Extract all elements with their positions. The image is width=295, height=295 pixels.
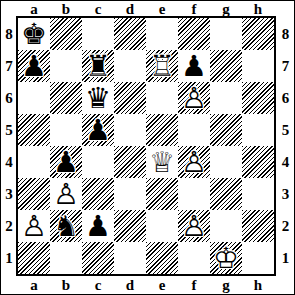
square-d6[interactable] <box>114 82 146 114</box>
black-king[interactable]: ♚ <box>21 20 47 49</box>
square-a1[interactable] <box>18 242 50 274</box>
square-g5[interactable] <box>210 114 242 146</box>
square-h8[interactable] <box>242 18 274 50</box>
square-e2[interactable] <box>146 210 178 242</box>
square-g2[interactable] <box>210 210 242 242</box>
square-f5[interactable] <box>178 114 210 146</box>
white-pawn[interactable]: ♙ <box>181 212 207 241</box>
square-a8[interactable]: ♚ <box>18 18 50 50</box>
square-d2[interactable] <box>114 210 146 242</box>
square-c7[interactable]: ♜ <box>82 50 114 82</box>
file-labels-bottom: abcdefgh <box>18 276 274 295</box>
white-pawn[interactable]: ♙ <box>53 180 79 209</box>
rank-label-4: 4 <box>1 146 17 178</box>
square-e4[interactable]: ♕ <box>146 146 178 178</box>
square-a3[interactable] <box>18 178 50 210</box>
file-label-d: d <box>114 276 146 295</box>
square-b4[interactable]: ♟ <box>50 146 82 178</box>
square-f2[interactable]: ♙ <box>178 210 210 242</box>
square-h4[interactable] <box>242 146 274 178</box>
square-h1[interactable] <box>242 242 274 274</box>
square-a7[interactable]: ♟ <box>18 50 50 82</box>
square-e7[interactable]: ♖ <box>146 50 178 82</box>
black-pawn[interactable]: ♟ <box>85 116 111 145</box>
square-h7[interactable] <box>242 50 274 82</box>
black-pawn[interactable]: ♟ <box>21 52 47 81</box>
square-e3[interactable] <box>146 178 178 210</box>
rank-label-6: 6 <box>1 82 17 114</box>
white-king[interactable]: ♔ <box>213 244 239 273</box>
rank-label-7: 7 <box>1 50 17 82</box>
square-d5[interactable] <box>114 114 146 146</box>
square-f8[interactable] <box>178 18 210 50</box>
white-rook[interactable]: ♖ <box>149 52 175 81</box>
square-c8[interactable] <box>82 18 114 50</box>
rank-labels-left: 87654321 <box>1 18 17 274</box>
square-g4[interactable] <box>210 146 242 178</box>
black-pawn[interactable]: ♟ <box>181 52 207 81</box>
square-d3[interactable] <box>114 178 146 210</box>
square-e1[interactable] <box>146 242 178 274</box>
square-b5[interactable] <box>50 114 82 146</box>
rank-label-8: 8 <box>1 18 17 50</box>
square-d8[interactable] <box>114 18 146 50</box>
rank-label-2: 2 <box>276 210 295 242</box>
rank-label-1: 1 <box>276 242 295 274</box>
square-b6[interactable] <box>50 82 82 114</box>
black-knight[interactable]: ♞ <box>53 212 79 241</box>
white-queen[interactable]: ♕ <box>149 148 175 177</box>
rank-label-4: 4 <box>276 146 295 178</box>
file-label-f: f <box>178 276 210 295</box>
black-queen[interactable]: ♛ <box>85 84 111 113</box>
rank-label-7: 7 <box>276 50 295 82</box>
square-g8[interactable] <box>210 18 242 50</box>
square-d4[interactable] <box>114 146 146 178</box>
square-f4[interactable]: ♙ <box>178 146 210 178</box>
file-labels-top: abcdefgh <box>18 1 274 17</box>
rank-label-8: 8 <box>276 18 295 50</box>
square-c2[interactable]: ♟ <box>82 210 114 242</box>
rank-label-3: 3 <box>276 178 295 210</box>
square-e6[interactable] <box>146 82 178 114</box>
file-label-h: h <box>242 276 274 295</box>
square-g3[interactable] <box>210 178 242 210</box>
square-c4[interactable] <box>82 146 114 178</box>
rank-label-1: 1 <box>1 242 17 274</box>
white-pawn[interactable]: ♙ <box>181 84 207 113</box>
square-d7[interactable] <box>114 50 146 82</box>
square-d1[interactable] <box>114 242 146 274</box>
file-label-g: g <box>210 276 242 295</box>
square-c6[interactable]: ♛ <box>82 82 114 114</box>
square-a4[interactable] <box>18 146 50 178</box>
rank-label-5: 5 <box>276 114 295 146</box>
square-h3[interactable] <box>242 178 274 210</box>
file-label-c: c <box>82 276 114 295</box>
square-g1[interactable]: ♔ <box>210 242 242 274</box>
square-b8[interactable] <box>50 18 82 50</box>
square-h2[interactable] <box>242 210 274 242</box>
rank-label-6: 6 <box>276 82 295 114</box>
black-pawn[interactable]: ♟ <box>53 148 79 177</box>
square-c5[interactable]: ♟ <box>82 114 114 146</box>
square-b7[interactable] <box>50 50 82 82</box>
square-b1[interactable] <box>50 242 82 274</box>
rank-labels-right: 87654321 <box>276 18 295 274</box>
file-label-a: a <box>18 276 50 295</box>
square-a2[interactable]: ♙ <box>18 210 50 242</box>
square-g7[interactable] <box>210 50 242 82</box>
chess-diagram: abcdefgh abcdefgh 87654321 87654321 ♚♟♜♖… <box>0 0 295 295</box>
square-f7[interactable]: ♟ <box>178 50 210 82</box>
square-c3[interactable] <box>82 178 114 210</box>
square-h6[interactable] <box>242 82 274 114</box>
rank-label-3: 3 <box>1 178 17 210</box>
square-f3[interactable] <box>178 178 210 210</box>
square-b2[interactable]: ♞ <box>50 210 82 242</box>
black-rook[interactable]: ♜ <box>85 52 111 81</box>
square-c1[interactable] <box>82 242 114 274</box>
rank-label-2: 2 <box>1 210 17 242</box>
file-label-b: b <box>50 276 82 295</box>
black-pawn[interactable]: ♟ <box>85 212 111 241</box>
square-a6[interactable] <box>18 82 50 114</box>
square-g6[interactable] <box>210 82 242 114</box>
square-e8[interactable] <box>146 18 178 50</box>
square-h5[interactable] <box>242 114 274 146</box>
square-f1[interactable] <box>178 242 210 274</box>
square-f6[interactable]: ♙ <box>178 82 210 114</box>
file-label-e: e <box>146 276 178 295</box>
square-a5[interactable] <box>18 114 50 146</box>
white-pawn[interactable]: ♙ <box>181 148 207 177</box>
chess-board[interactable]: ♚♟♜♖♟♛♙♟♟♕♙♙♙♞♟♙♔ <box>16 16 276 276</box>
white-pawn[interactable]: ♙ <box>21 212 47 241</box>
square-b3[interactable]: ♙ <box>50 178 82 210</box>
rank-label-5: 5 <box>1 114 17 146</box>
square-e5[interactable] <box>146 114 178 146</box>
